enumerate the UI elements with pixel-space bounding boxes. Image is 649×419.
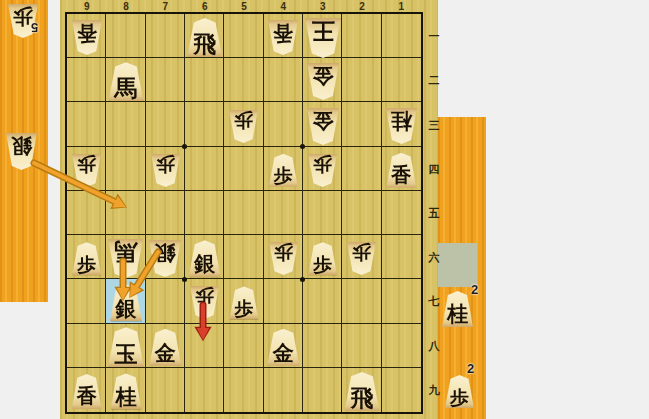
board-cell[interactable] xyxy=(67,324,106,368)
board-cell[interactable] xyxy=(185,368,224,412)
board-cell[interactable] xyxy=(106,14,145,58)
column-label: 8 xyxy=(119,1,133,12)
column-label: 7 xyxy=(158,1,172,12)
piece-kanji: 玉 xyxy=(108,340,144,367)
sente-stand-highlight-slot xyxy=(438,243,477,287)
board-cell[interactable] xyxy=(342,102,381,146)
piece-kanji: 香 xyxy=(386,164,416,188)
board-cell[interactable] xyxy=(382,279,421,323)
board-cell[interactable] xyxy=(342,58,381,102)
piece-kanji: 桂 xyxy=(386,108,417,133)
piece-kanji: 飛 xyxy=(187,30,222,57)
column-label: 5 xyxy=(237,1,251,12)
board-cell[interactable] xyxy=(146,368,185,412)
board-cell[interactable] xyxy=(224,368,263,412)
board-cell[interactable] xyxy=(382,14,421,58)
piece-kanji: 飛 xyxy=(344,384,379,411)
board-cell[interactable] xyxy=(382,324,421,368)
board-cell[interactable] xyxy=(342,14,381,58)
piece-kanji: 金 xyxy=(307,63,339,88)
hand-piece-count: 2 xyxy=(467,361,474,376)
column-label: 9 xyxy=(80,1,94,12)
board-cell[interactable] xyxy=(146,14,185,58)
row-label: 七 xyxy=(428,294,440,309)
piece-kanji: 馬 xyxy=(108,239,143,266)
piece-kanji: 桂 xyxy=(110,385,141,410)
piece-kanji: 歩 xyxy=(445,386,474,408)
piece-kanji: 香 xyxy=(268,20,298,44)
piece-kanji: 銀 xyxy=(110,297,142,322)
board-cell[interactable] xyxy=(185,102,224,146)
board-cell[interactable] xyxy=(185,58,224,102)
board-cell[interactable] xyxy=(303,191,342,235)
board-cell[interactable] xyxy=(185,324,224,368)
piece-kanji: 歩 xyxy=(72,253,101,275)
piece-kanji: 歩 xyxy=(269,242,298,264)
board-cell[interactable] xyxy=(146,279,185,323)
shogi-board: 987654321一二三四五六七八九香飛香王馬金歩金桂歩歩歩歩香歩馬銀銀歩歩歩銀… xyxy=(60,0,438,419)
row-label: 九 xyxy=(428,383,440,398)
piece-kanji: 歩 xyxy=(151,154,180,176)
piece-kanji: 歩 xyxy=(269,164,298,186)
board-cell[interactable] xyxy=(146,102,185,146)
shogi-app: 987654321一二三四五六七八九香飛香王馬金歩金桂歩歩歩歩香歩馬銀銀歩歩歩銀… xyxy=(0,0,649,419)
board-cell[interactable] xyxy=(382,191,421,235)
board-cell[interactable] xyxy=(67,58,106,102)
board-cell[interactable] xyxy=(264,58,303,102)
row-label: 二 xyxy=(428,73,440,88)
board-cell[interactable] xyxy=(303,279,342,323)
board-cell[interactable] xyxy=(342,147,381,191)
row-label: 八 xyxy=(428,339,440,354)
piece-kanji: 銀 xyxy=(189,252,221,277)
piece-kanji: 歩 xyxy=(308,154,337,176)
column-label: 1 xyxy=(394,1,408,12)
board-cell[interactable] xyxy=(146,58,185,102)
row-label: 四 xyxy=(428,162,440,177)
board-cell[interactable] xyxy=(303,368,342,412)
piece-kanji: 桂 xyxy=(442,302,473,327)
board-cell[interactable] xyxy=(185,191,224,235)
board-cell[interactable] xyxy=(382,368,421,412)
piece-kanji: 香 xyxy=(72,20,102,44)
piece-kanji: 王 xyxy=(305,18,341,45)
column-label: 3 xyxy=(316,1,330,12)
piece-kanji: 歩 xyxy=(72,154,101,176)
piece-kanji: 馬 xyxy=(108,74,143,101)
board-cell[interactable] xyxy=(224,14,263,58)
piece-kanji: 金 xyxy=(307,108,339,133)
piece-kanji: 歩 xyxy=(308,253,337,275)
board-cell[interactable] xyxy=(224,235,263,279)
board-cell[interactable] xyxy=(67,102,106,146)
piece-kanji: 金 xyxy=(149,341,181,366)
row-label: 五 xyxy=(428,206,440,221)
board-cell[interactable] xyxy=(382,235,421,279)
piece-kanji: 香 xyxy=(72,385,102,409)
board-cell[interactable] xyxy=(106,191,145,235)
piece-kanji: 金 xyxy=(267,341,299,366)
hand-piece-count: 5 xyxy=(31,20,38,35)
piece-kanji: 歩 xyxy=(347,242,376,264)
board-cell[interactable] xyxy=(303,324,342,368)
board-cell[interactable] xyxy=(146,191,185,235)
board-cell[interactable] xyxy=(67,191,106,235)
board-cell[interactable] xyxy=(106,102,145,146)
column-label: 6 xyxy=(198,1,212,12)
board-cell[interactable] xyxy=(224,58,263,102)
board-cell[interactable] xyxy=(224,191,263,235)
row-label: 六 xyxy=(428,250,440,265)
board-cell[interactable] xyxy=(106,147,145,191)
board-cell[interactable] xyxy=(224,147,263,191)
board-cell[interactable] xyxy=(382,58,421,102)
board-cell[interactable] xyxy=(264,368,303,412)
hand-piece-count: 2 xyxy=(471,282,478,297)
row-label: 三 xyxy=(428,118,440,133)
piece-kanji: 歩 xyxy=(229,110,258,132)
board-cell[interactable] xyxy=(342,279,381,323)
board-cell[interactable] xyxy=(185,147,224,191)
piece-kanji: 歩 xyxy=(229,297,258,319)
board-cell[interactable] xyxy=(224,324,263,368)
piece-kanji: 歩 xyxy=(190,286,219,308)
board-cell[interactable] xyxy=(264,279,303,323)
board-cell[interactable] xyxy=(342,324,381,368)
piece-kanji: 銀 xyxy=(6,133,37,158)
board-cell[interactable] xyxy=(264,191,303,235)
column-label: 2 xyxy=(355,1,369,12)
board-cell[interactable] xyxy=(67,279,106,323)
board-cell[interactable] xyxy=(342,191,381,235)
column-label: 4 xyxy=(276,1,290,12)
piece-kanji: 銀 xyxy=(149,240,181,265)
row-label: 一 xyxy=(428,29,440,44)
board-cell[interactable] xyxy=(264,102,303,146)
